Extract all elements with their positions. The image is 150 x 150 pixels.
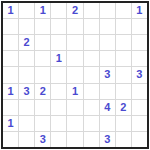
grid-cell-empty[interactable]	[116, 84, 131, 99]
grid-cell-clue: 4	[100, 100, 115, 115]
grid-cell-clue: 2	[116, 100, 131, 115]
grid-cell-empty[interactable]	[100, 51, 115, 66]
grid-cell-empty[interactable]	[116, 132, 131, 147]
grid-cell-empty[interactable]	[67, 35, 82, 50]
grid-cell-clue: 3	[35, 132, 50, 147]
grid-cell-empty[interactable]	[100, 35, 115, 50]
grid-cell-clue: 2	[35, 84, 50, 99]
grid-cell-empty[interactable]	[51, 67, 66, 82]
grid-cell-clue: 3	[100, 132, 115, 147]
grid-cell-empty[interactable]	[84, 67, 99, 82]
grid-cell-empty[interactable]	[3, 35, 18, 50]
grid-cell-clue: 1	[132, 3, 147, 18]
grid-cell-empty[interactable]	[51, 19, 66, 34]
grid-cell-empty[interactable]	[35, 19, 50, 34]
grid-cell-clue: 3	[19, 84, 34, 99]
grid-cell-clue: 1	[35, 3, 50, 18]
grid-cell-empty[interactable]	[35, 35, 50, 50]
grid-cell-empty[interactable]	[51, 35, 66, 50]
grid-cell-empty[interactable]	[51, 84, 66, 99]
grid-cell-empty[interactable]	[67, 67, 82, 82]
puzzle-area: 11212133132142133	[0, 0, 150, 150]
grid-cell-empty[interactable]	[51, 132, 66, 147]
grid-cell-empty[interactable]	[35, 51, 50, 66]
grid-cell-empty[interactable]	[67, 51, 82, 66]
grid-cell-empty[interactable]	[84, 116, 99, 131]
grid-cell-empty[interactable]	[51, 100, 66, 115]
grid-cell-empty[interactable]	[67, 100, 82, 115]
grid-cell-empty[interactable]	[19, 116, 34, 131]
grid-cell-empty[interactable]	[132, 51, 147, 66]
grid-cell-clue: 2	[67, 3, 82, 18]
grid-cell-empty[interactable]	[19, 100, 34, 115]
grid-cell-empty[interactable]	[100, 3, 115, 18]
grid-cell-empty[interactable]	[84, 3, 99, 18]
grid-cell-empty[interactable]	[3, 67, 18, 82]
grid-cell-empty[interactable]	[19, 51, 34, 66]
grid-cell-clue: 1	[3, 116, 18, 131]
grid-cell-empty[interactable]	[19, 132, 34, 147]
grid-cell-empty[interactable]	[100, 19, 115, 34]
grid-cell-empty[interactable]	[84, 19, 99, 34]
grid-cell-empty[interactable]	[35, 116, 50, 131]
minesweeper-board: 11212133132142133	[1, 1, 149, 149]
grid-cell-clue: 3	[132, 67, 147, 82]
grid-cell-empty[interactable]	[100, 84, 115, 99]
grid-cell-empty[interactable]	[84, 51, 99, 66]
grid-cell-empty[interactable]	[84, 132, 99, 147]
grid-cell-clue: 1	[51, 51, 66, 66]
grid-cell-empty[interactable]	[132, 132, 147, 147]
grid-cell-clue: 1	[67, 84, 82, 99]
grid-cell-empty[interactable]	[116, 67, 131, 82]
grid-cell-empty[interactable]	[35, 67, 50, 82]
grid-cell-empty[interactable]	[19, 3, 34, 18]
grid-cell-empty[interactable]	[3, 51, 18, 66]
grid-cell-empty[interactable]	[67, 116, 82, 131]
grid-cell-empty[interactable]	[84, 100, 99, 115]
grid-cell-empty[interactable]	[51, 3, 66, 18]
grid-cell-empty[interactable]	[132, 19, 147, 34]
grid-cell-empty[interactable]	[51, 116, 66, 131]
grid-cell-empty[interactable]	[3, 19, 18, 34]
grid-cell-empty[interactable]	[19, 67, 34, 82]
grid-cell-empty[interactable]	[116, 116, 131, 131]
grid-cell-empty[interactable]	[132, 84, 147, 99]
grid-cell-empty[interactable]	[84, 35, 99, 50]
grid-cell-empty[interactable]	[67, 132, 82, 147]
grid-cell-empty[interactable]	[3, 132, 18, 147]
grid-cell-empty[interactable]	[132, 35, 147, 50]
grid-cell-empty[interactable]	[132, 116, 147, 131]
grid-cell-empty[interactable]	[132, 100, 147, 115]
grid-cell-empty[interactable]	[35, 100, 50, 115]
grid-cell-empty[interactable]	[100, 116, 115, 131]
grid-cell-empty[interactable]	[116, 51, 131, 66]
grid-cell-empty[interactable]	[3, 100, 18, 115]
grid-cell-empty[interactable]	[116, 3, 131, 18]
grid-cell-empty[interactable]	[116, 35, 131, 50]
grid-cell-clue: 1	[3, 3, 18, 18]
grid-cell-empty[interactable]	[67, 19, 82, 34]
grid-cell-empty[interactable]	[116, 19, 131, 34]
grid-cell-clue: 2	[19, 35, 34, 50]
grid-cell-empty[interactable]	[84, 84, 99, 99]
grid-cell-clue: 3	[100, 67, 115, 82]
grid-cell-empty[interactable]	[19, 19, 34, 34]
grid-cell-clue: 1	[3, 84, 18, 99]
